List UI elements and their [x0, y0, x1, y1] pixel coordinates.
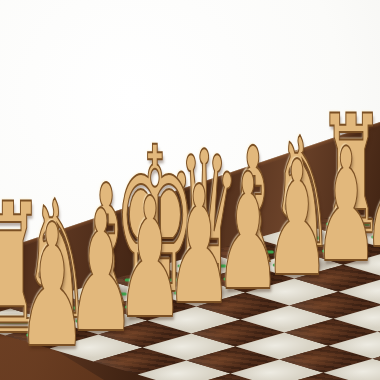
pieces-layer: ♜♞♝♛♚♝♞♜♟♟♟♟♟♟♟♟ — [0, 0, 380, 380]
scene: ♜♞♝♛♚♝♞♜♟♟♟♟♟♟♟♟ — [0, 0, 380, 380]
piece-white-pawn-h2: ♟ — [17, 201, 87, 371]
